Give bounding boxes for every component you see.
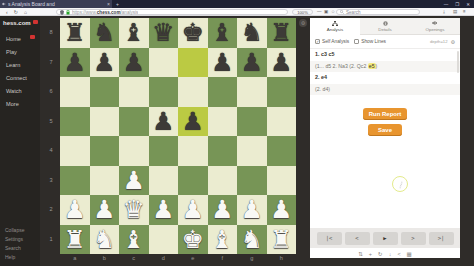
square-d7[interactable] xyxy=(149,48,179,78)
analysis-panel: Analysis Details Openings ✓ Self Analysi… xyxy=(310,18,460,258)
square-b8[interactable]: ♞ xyxy=(90,18,120,48)
square-c5[interactable] xyxy=(119,107,149,137)
share-icon[interactable]: < xyxy=(397,251,400,257)
browser-toolbar: ‹ ↻ ⌂ https://www.chess.com/analysis 100… xyxy=(0,8,474,16)
square-b2[interactable]: ♟ xyxy=(90,195,120,225)
square-e2[interactable]: ♟ xyxy=(178,195,208,225)
square-h1[interactable]: ♜ xyxy=(267,225,297,255)
panel-controls: ✓ Self Analysis Show Lines depth=12 ⚙ xyxy=(310,35,460,49)
black-pawn-e5[interactable]: ♟ xyxy=(178,107,208,137)
square-c2[interactable]: ♛ xyxy=(119,195,149,225)
file-label-b: b xyxy=(90,255,120,261)
square-h7[interactable]: ♟ xyxy=(267,48,297,78)
show-lines-label: Show Lines xyxy=(361,39,386,44)
first-move-button[interactable]: |< xyxy=(317,232,342,245)
square-d1[interactable] xyxy=(149,225,179,255)
sidebar-item-play[interactable]: Play xyxy=(6,49,17,55)
square-e5[interactable]: ♟ xyxy=(178,107,208,137)
square-g6[interactable] xyxy=(237,77,267,107)
lock-icon xyxy=(66,10,70,15)
white-pawn-d2[interactable]: ♟ xyxy=(149,195,179,225)
sidebar-item-connect[interactable]: Connect xyxy=(6,75,27,81)
white-king-e1[interactable]: ♚ xyxy=(178,225,208,255)
sidebar-toggle-icon[interactable]: ▣ xyxy=(324,9,328,14)
file-label-f: f xyxy=(208,255,238,261)
play-button[interactable]: ▶ xyxy=(373,232,398,245)
square-b6[interactable] xyxy=(90,77,120,107)
depth-indicator: depth=12 xyxy=(430,39,448,44)
square-f5[interactable] xyxy=(208,107,238,137)
rank-label-3: 3 xyxy=(46,177,56,183)
white-knight-b1[interactable]: ♞ xyxy=(90,225,120,255)
black-pawn-d5[interactable]: ♟ xyxy=(149,107,179,137)
square-g3[interactable] xyxy=(237,166,267,196)
rank-label-6: 6 xyxy=(46,88,56,94)
square-g8[interactable]: ♞ xyxy=(237,18,267,48)
square-b4[interactable] xyxy=(90,136,120,166)
black-pawn-f7[interactable]: ♟ xyxy=(208,48,238,78)
square-f7[interactable]: ♟ xyxy=(208,48,238,78)
analysis-icon xyxy=(332,21,338,26)
square-e7[interactable] xyxy=(178,48,208,78)
sidebar-item-more[interactable]: More xyxy=(6,101,19,107)
file-label-a: a xyxy=(60,255,90,261)
square-g7[interactable]: ♟ xyxy=(237,48,267,78)
file-label-d: d xyxy=(149,255,179,261)
tab-openings[interactable]: Openings xyxy=(410,18,460,35)
square-g4[interactable] xyxy=(237,136,267,166)
rank-label-1: 1 xyxy=(46,236,56,242)
square-e6[interactable] xyxy=(178,77,208,107)
tab-details[interactable]: Details xyxy=(360,18,410,35)
new-tab-button[interactable]: + xyxy=(116,1,119,7)
square-f3[interactable] xyxy=(208,166,238,196)
sidebar-footer-search[interactable]: Search xyxy=(5,245,21,251)
square-b7[interactable]: ♟ xyxy=(90,48,120,78)
rank-label-5: 5 xyxy=(46,118,56,124)
move-row-2[interactable]: (1... d5 2. Na3 (2. Qc2 e5) xyxy=(310,61,460,73)
engine-settings-gear-icon[interactable]: ⚙ xyxy=(451,39,455,45)
move-list: 1. c3 c5(1... d5 2. Na3 (2. Qc2 e5)2. e4… xyxy=(310,49,460,95)
white-pawn-b2[interactable]: ♟ xyxy=(90,195,120,225)
rank-label-7: 7 xyxy=(46,59,56,65)
search-icon xyxy=(340,10,344,14)
square-b5[interactable] xyxy=(90,107,120,137)
browser-tab[interactable]: s Analysis Board and × xyxy=(0,0,112,8)
sidebar-item-watch[interactable]: Watch xyxy=(6,88,22,94)
square-h4[interactable] xyxy=(267,136,297,166)
move-token[interactable]: ) xyxy=(376,63,378,69)
file-label-e: e xyxy=(178,255,208,261)
square-a7[interactable]: ♟ xyxy=(60,48,90,78)
sidebar: hess.com HomePlayLearnConnectWatchMore C… xyxy=(0,16,40,266)
square-f6[interactable] xyxy=(208,77,238,107)
black-queen-d8[interactable]: ♛ xyxy=(149,18,179,48)
square-e1[interactable]: ♚ xyxy=(178,225,208,255)
reset-icon[interactable]: ↻ xyxy=(378,251,383,257)
sidebar-item-learn[interactable]: Learn xyxy=(6,62,20,68)
home-icon[interactable]: ⌂ xyxy=(24,9,27,15)
move-token[interactable]: 2. e4 xyxy=(315,74,327,80)
square-a5[interactable] xyxy=(60,107,90,137)
panel-footer-icons: ⇅+↻↓<▦ xyxy=(310,249,460,258)
white-pawn-f2[interactable]: ♟ xyxy=(208,195,238,225)
file-label-h: h xyxy=(267,255,297,261)
square-d2[interactable]: ♟ xyxy=(149,195,179,225)
square-h3[interactable] xyxy=(267,166,297,196)
sidebar-footer-help[interactable]: Help xyxy=(5,254,15,260)
zoom-level-indicator[interactable]: 100% xyxy=(292,9,313,15)
square-f2[interactable]: ♟ xyxy=(208,195,238,225)
chesscom-logo[interactable]: hess.com xyxy=(3,20,31,26)
sidebar-footer-collapse[interactable]: Collapse xyxy=(5,227,24,233)
square-d5[interactable]: ♟ xyxy=(149,107,179,137)
last-move-button[interactable]: >| xyxy=(429,232,454,245)
home-notification-badge xyxy=(30,35,35,39)
square-d3[interactable] xyxy=(149,166,179,196)
square-f1[interactable]: ♝ xyxy=(208,225,238,255)
save-button[interactable]: Save xyxy=(368,124,402,136)
square-g1[interactable]: ♞ xyxy=(237,225,267,255)
address-bar[interactable]: https://www.chess.com/analysis xyxy=(56,9,288,15)
white-pawn-a2[interactable]: ♟ xyxy=(60,195,90,225)
black-bishop-c8[interactable]: ♝ xyxy=(119,18,149,48)
black-pawn-b7[interactable]: ♟ xyxy=(90,48,120,78)
prev-move-button[interactable]: < xyxy=(345,232,370,245)
square-f4[interactable] xyxy=(208,136,238,166)
white-bishop-c1[interactable]: ♝ xyxy=(119,225,149,255)
rank-label-8: 8 xyxy=(46,29,56,35)
tab-audio-icon[interactable] xyxy=(2,2,6,6)
tab-close-icon[interactable]: × xyxy=(107,1,110,7)
square-a6[interactable] xyxy=(60,77,90,107)
window-close-button[interactable]: ✕ xyxy=(466,2,470,7)
openings-icon xyxy=(432,21,438,26)
move-token[interactable]: (1... d5 2. Na3 (2. Qc2 xyxy=(315,63,368,69)
add-icon[interactable]: + xyxy=(369,251,372,257)
square-g5[interactable] xyxy=(237,107,267,137)
black-pawn-h7[interactable]: ♟ xyxy=(267,48,297,78)
white-pawn-g2[interactable]: ♟ xyxy=(237,195,267,225)
url-text: https://www.chess.com/analysis xyxy=(72,10,138,15)
square-g2[interactable]: ♟ xyxy=(237,195,267,225)
square-h2[interactable]: ♟ xyxy=(267,195,297,225)
black-pawn-a7[interactable]: ♟ xyxy=(60,48,90,78)
board-editor-icon[interactable]: ▦ xyxy=(407,251,412,257)
back-icon[interactable]: ‹ xyxy=(6,9,8,15)
file-label-g: g xyxy=(237,255,267,261)
flip-board-icon[interactable]: ⇅ xyxy=(358,251,363,257)
rank-label-4: 4 xyxy=(46,147,56,153)
square-b1[interactable]: ♞ xyxy=(90,225,120,255)
square-d8[interactable]: ♛ xyxy=(149,18,179,48)
square-a8[interactable]: ♜ xyxy=(60,18,90,48)
black-king-e8[interactable]: ♚ xyxy=(178,18,208,48)
sidebar-item-home[interactable]: Home xyxy=(6,36,21,42)
square-h8[interactable]: ♜ xyxy=(267,18,297,48)
square-c1[interactable]: ♝ xyxy=(119,225,149,255)
logo-notification-badge xyxy=(33,20,38,24)
panel-tabs: Analysis Details Openings xyxy=(310,18,460,35)
white-pawn-h2[interactable]: ♟ xyxy=(267,195,297,225)
library-icon[interactable]: ▤ xyxy=(453,9,457,14)
black-rook-h8[interactable]: ♜ xyxy=(267,18,297,48)
file-label-c: c xyxy=(119,255,149,261)
search-input[interactable]: Search xyxy=(336,9,420,15)
square-c7[interactable]: ♟ xyxy=(119,48,149,78)
white-rook-h1[interactable]: ♜ xyxy=(267,225,297,255)
move-token[interactable]: 1. c3 c5 xyxy=(315,51,334,57)
search-placeholder: Search xyxy=(346,10,361,15)
tab-analysis[interactable]: Analysis xyxy=(310,18,360,35)
refresh-icon[interactable]: ↻ xyxy=(14,9,18,15)
self-analysis-label: Self Analysis xyxy=(322,39,349,44)
bookmark-star-icon[interactable]: ☆ xyxy=(331,9,335,14)
square-a4[interactable] xyxy=(60,136,90,166)
square-b3[interactable] xyxy=(90,166,120,196)
white-pawn-e2[interactable]: ♟ xyxy=(178,195,208,225)
move-row-1[interactable]: 1. c3 c5 xyxy=(310,49,460,61)
square-a3[interactable] xyxy=(60,166,90,196)
menu-icon[interactable]: ≡ xyxy=(463,9,466,14)
move-nav-bar: |< < ▶ > >| xyxy=(310,228,460,248)
tab-title: s Analysis Board and xyxy=(8,1,105,7)
show-lines-checkbox[interactable] xyxy=(354,39,359,44)
black-knight-g8[interactable]: ♞ xyxy=(237,18,267,48)
square-e3[interactable] xyxy=(178,166,208,196)
current-move[interactable]: e5 xyxy=(368,63,376,69)
white-rook-a1[interactable]: ♜ xyxy=(60,225,90,255)
sidebar-footer-settings[interactable]: Settings xyxy=(5,236,23,242)
app-frame: s Analysis Board and × + — ❐ ✕ ‹ ↻ ⌂ htt… xyxy=(0,0,474,266)
black-knight-b8[interactable]: ♞ xyxy=(90,18,120,48)
square-h5[interactable] xyxy=(267,107,297,137)
square-a2[interactable]: ♟ xyxy=(60,195,90,225)
move-token[interactable]: (2. d4) xyxy=(315,86,330,92)
next-move-button[interactable]: > xyxy=(401,232,426,245)
square-c6[interactable] xyxy=(119,77,149,107)
browser-tab-bar: s Analysis Board and × + — ❐ ✕ xyxy=(0,0,474,8)
info-icon xyxy=(383,21,388,26)
square-h6[interactable] xyxy=(267,77,297,107)
downloads-icon[interactable]: ⤓ xyxy=(443,9,445,14)
black-bishop-f8[interactable]: ♝ xyxy=(208,18,238,48)
rank-label-2: 2 xyxy=(46,206,56,212)
black-rook-a8[interactable]: ♜ xyxy=(60,18,90,48)
white-bishop-f1[interactable]: ♝ xyxy=(208,225,238,255)
square-c3[interactable]: ♟ xyxy=(119,166,149,196)
black-pawn-c7[interactable]: ♟ xyxy=(119,48,149,78)
black-pawn-g7[interactable]: ♟ xyxy=(237,48,267,78)
download-icon[interactable]: ↓ xyxy=(389,251,392,257)
white-pawn-c3[interactable]: ♟ xyxy=(119,166,149,196)
square-d6[interactable] xyxy=(149,77,179,107)
move-list-scrollbar[interactable] xyxy=(457,51,459,73)
window-maximize-button[interactable]: ❐ xyxy=(455,2,459,7)
pocket-icon[interactable]: — xyxy=(317,9,322,14)
square-c4[interactable] xyxy=(119,136,149,166)
square-f8[interactable]: ♝ xyxy=(208,18,238,48)
white-knight-g1[interactable]: ♞ xyxy=(237,225,267,255)
white-queen-c2[interactable]: ♛ xyxy=(119,195,149,225)
run-report-button[interactable]: Run Report xyxy=(363,108,407,120)
chess-board[interactable]: ♜♞♝♛♚♝♞♜♟♟♟♟♟♟♟♟♟♟♟♛♟♟♟♟♟♜♞♝♚♝♞♜ xyxy=(60,18,296,254)
move-row-3[interactable]: 2. e4 xyxy=(310,72,460,84)
square-d4[interactable] xyxy=(149,136,179,166)
square-a1[interactable]: ♜ xyxy=(60,225,90,255)
move-row-4[interactable]: (2. d4) xyxy=(310,84,460,96)
board-settings-gear-icon[interactable]: ⚙ xyxy=(299,19,307,27)
shield-icon[interactable] xyxy=(60,10,64,15)
square-c8[interactable]: ♝ xyxy=(119,18,149,48)
window-minimize-button[interactable]: — xyxy=(444,2,449,7)
square-e4[interactable] xyxy=(178,136,208,166)
self-analysis-checkbox[interactable]: ✓ xyxy=(315,39,320,44)
square-e8[interactable]: ♚ xyxy=(178,18,208,48)
